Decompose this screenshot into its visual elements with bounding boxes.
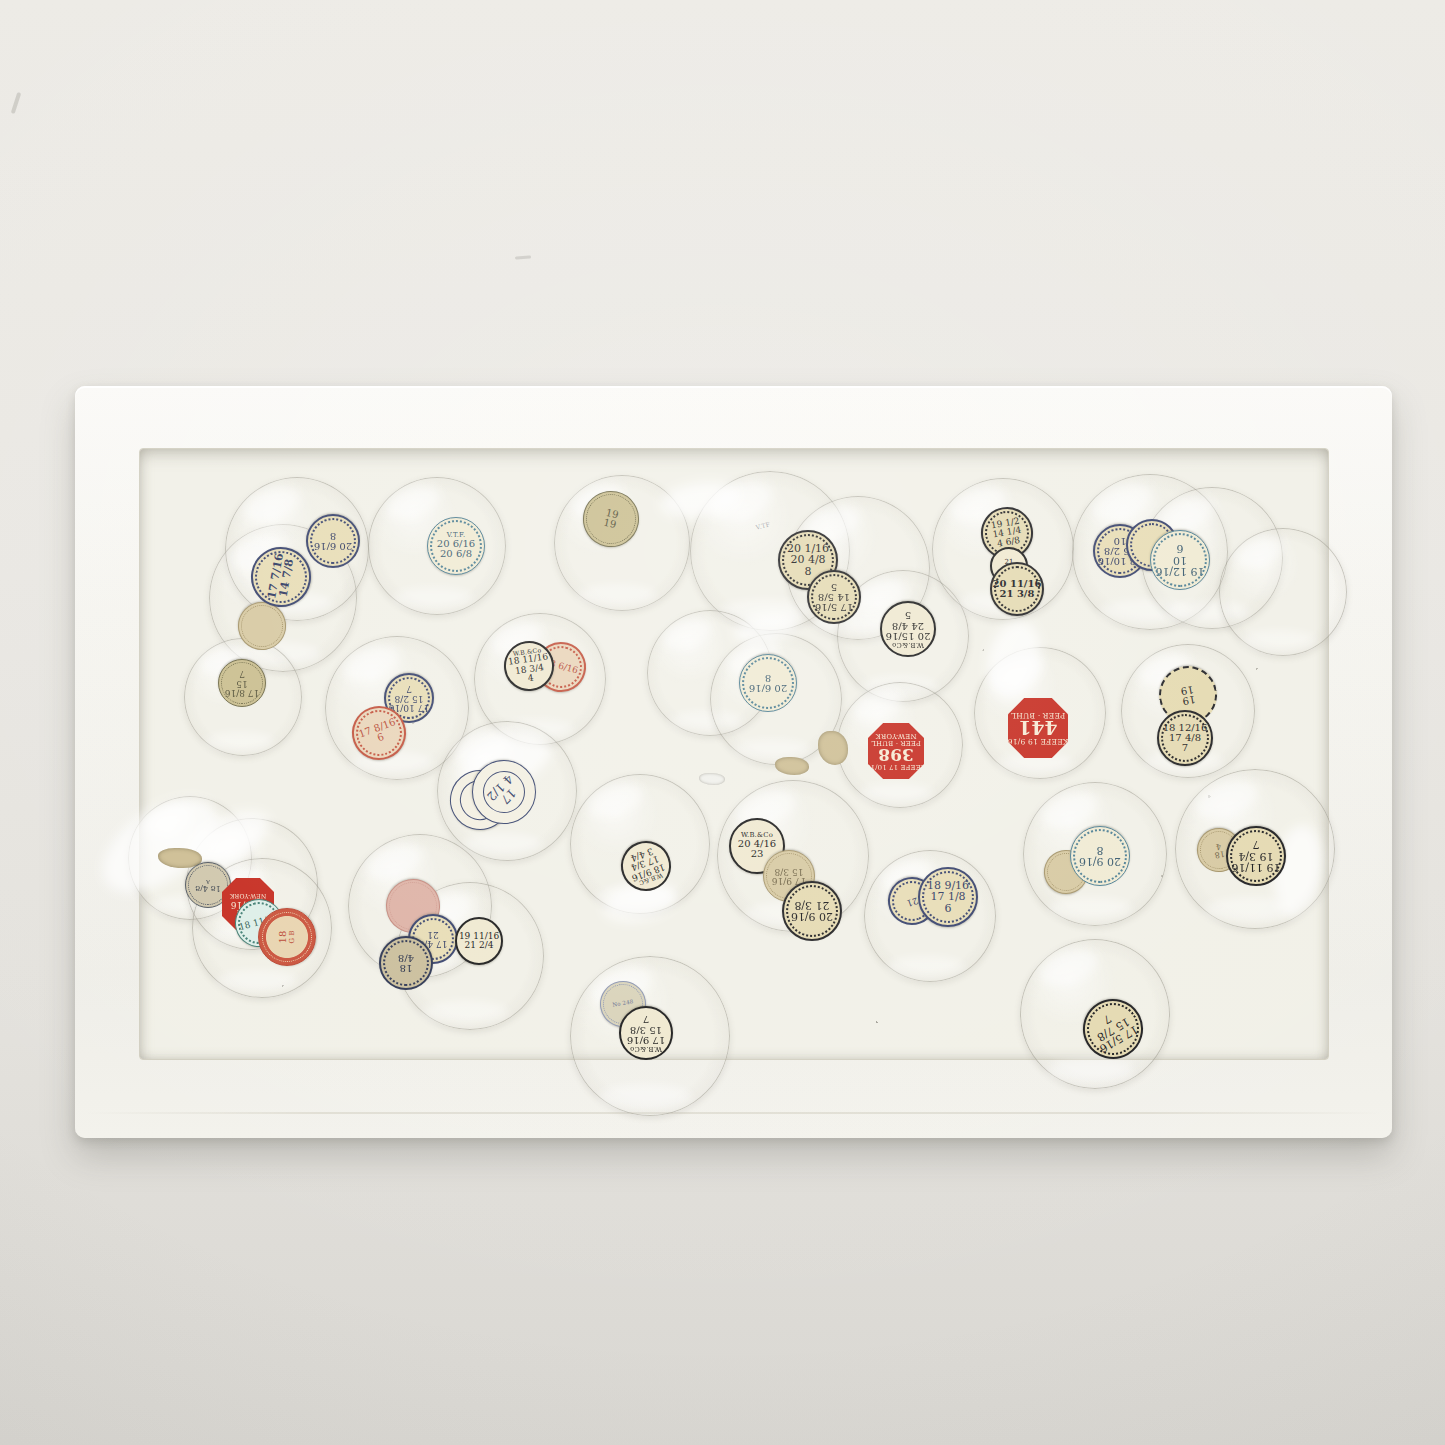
label-text: 8: [330, 531, 336, 541]
label-text: 20 4/8: [790, 554, 825, 565]
crystal-size-label: 17 5/1615 7/87: [1072, 988, 1154, 1070]
label-text: 20 6/16: [314, 541, 352, 551]
crystal-size-label: 17 5/1614 5/85: [807, 570, 861, 624]
label-text: 15: [236, 678, 247, 687]
label-text: 8: [765, 673, 771, 683]
label-text: 19: [1180, 684, 1194, 696]
crystal-size-label: 20 9/1621 3/8: [782, 881, 842, 941]
label-text: PEER · BUHL: [871, 739, 921, 746]
label-text: 19: [603, 518, 618, 531]
label-text: 20 15/16: [886, 631, 931, 641]
label-text: 24 4/8: [892, 620, 924, 630]
crystal-size-label: 20 6/168: [739, 654, 797, 712]
crystal-size-label: 1919: [578, 486, 644, 552]
label-text: 19 12/16: [1155, 566, 1204, 577]
label-text: 7: [239, 669, 245, 678]
label-text: 21: [427, 930, 438, 939]
crystal-size-label: 19 11/1621 2/4: [455, 917, 503, 965]
label-text: 20 9/16: [1079, 856, 1121, 867]
label-text: 19 3/4: [1238, 850, 1273, 861]
label-text: 17 5/16: [815, 602, 853, 612]
label-text: 7: [1102, 1013, 1114, 1026]
label-text: 20 9/16: [791, 911, 833, 922]
label-text: 21 2/4: [465, 941, 494, 950]
label-text: 17 9/16: [627, 1035, 665, 1045]
crystal-size-label: 19 12/16106: [1150, 530, 1210, 590]
label-text: 21 3/8: [1000, 589, 1035, 599]
label-text: W.B.&Co: [892, 641, 924, 648]
label-text: 10: [1173, 554, 1187, 565]
label-text: 20 6/16: [749, 683, 787, 693]
label-text: 441: [1019, 719, 1058, 738]
label-text: 5: [905, 610, 911, 620]
label-text: A: [206, 878, 210, 884]
label-text: 8: [805, 566, 812, 577]
label-text: G B: [289, 930, 296, 943]
crystal-size-label: V.T.F.20 6/1620 6/8: [427, 517, 485, 575]
label-text: 7: [406, 684, 412, 693]
label-text: 7: [1182, 743, 1188, 753]
crystal-size-label: KEEFE 17 10/16398PEER · BUHLNEW-YORK: [868, 723, 924, 779]
label-text: 23: [751, 849, 764, 859]
photo-canvas: 17 7/1614 7/820 6/168V.T.F.20 6/1620 6/8…: [0, 0, 1445, 1445]
label-text: PEER · BUHL: [1011, 711, 1065, 719]
crystal-size-label: 20 9/168: [1070, 826, 1130, 886]
label-text: 20 6/8: [440, 549, 472, 559]
crystal-size-label: 184/8: [379, 936, 433, 990]
crystal-size-label: 19 11/1619 3/47: [1226, 826, 1286, 886]
crystal-size-label: 20 11/1621 3/8: [990, 562, 1044, 616]
label-text: 21 3/8: [794, 900, 829, 911]
label-text: 4: [1215, 842, 1221, 851]
label-text: 19 11/16: [1231, 862, 1280, 873]
crystal-size-label: KEEFE 19 9/16441PEER · BUHL: [1008, 698, 1068, 758]
label-text: 15 2/8: [395, 693, 424, 702]
label-text: 8: [1097, 845, 1104, 856]
label-text: 7: [1253, 839, 1260, 850]
crystal-size-label: 18G B: [258, 908, 316, 966]
label-text: 4: [527, 673, 534, 683]
label-text: No 248: [612, 999, 634, 1008]
label-text: 14 5/8: [818, 592, 850, 602]
label-text: 15 3/8: [775, 867, 804, 876]
label-text: 6: [945, 903, 952, 914]
label-text: 15 3/8: [630, 1024, 662, 1034]
label-text: 17 8/16: [225, 688, 260, 697]
label-layer: 17 7/1614 7/820 6/168V.T.F.20 6/1620 6/8…: [0, 0, 1445, 1445]
crystal-size-label: 17 8/16157: [218, 659, 266, 707]
label-text: W.B.&Co: [630, 1045, 662, 1052]
label-text: 6: [376, 732, 385, 744]
label-text: 398: [878, 746, 914, 763]
label-text: 21: [905, 895, 919, 908]
label-text: 4/8: [398, 953, 414, 963]
crystal-size-label: 17 7/1614 7/8: [246, 542, 316, 612]
label-text: V.TF: [755, 521, 770, 531]
crystal-size-label: 18 12/1617 4/87: [1157, 710, 1213, 766]
crystal-size-label: 18 9/1617 1/86: [918, 867, 978, 927]
label-text: 5: [831, 582, 837, 592]
label-text: 7: [643, 1014, 649, 1024]
label-text: 6: [1177, 543, 1184, 554]
label-text: 17 1/8: [930, 891, 965, 902]
label-text: 18 4/8: [195, 884, 221, 892]
crystal-size-label: 20 6/168: [306, 514, 360, 568]
crystal-size-label: W.B.&Co20 15/1624 4/85: [880, 601, 936, 657]
label-text: NEW-YORK: [876, 732, 917, 739]
crystal-size-label: W.B.&C18 9/1617 3/43 4/4: [614, 834, 678, 898]
label-text: 18: [400, 963, 413, 973]
label-text: 10: [1114, 536, 1127, 546]
crystal-size-label: W.B.&Co17 9/1615 3/87: [619, 1006, 673, 1060]
